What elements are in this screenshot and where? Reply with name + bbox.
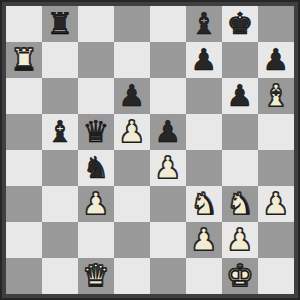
square-c8[interactable] [78,6,114,42]
square-b6[interactable] [42,78,78,114]
square-g6[interactable]: ♟ [222,78,258,114]
square-d1[interactable] [114,258,150,294]
square-c3[interactable]: ♟ [78,186,114,222]
square-a4[interactable] [6,150,42,186]
square-g5[interactable] [222,114,258,150]
square-d6[interactable]: ♟ [114,78,150,114]
square-d7[interactable] [114,42,150,78]
square-h7[interactable]: ♟ [258,42,294,78]
square-e1[interactable] [150,258,186,294]
square-d2[interactable] [114,222,150,258]
square-d5[interactable]: ♟ [114,114,150,150]
square-f7[interactable]: ♟ [186,42,222,78]
square-a1[interactable] [6,258,42,294]
square-h4[interactable] [258,150,294,186]
square-a5[interactable] [6,114,42,150]
square-h3[interactable]: ♟ [258,186,294,222]
square-g2[interactable]: ♟ [222,222,258,258]
square-b5[interactable]: ♝ [42,114,78,150]
square-c4[interactable]: ♞ [78,150,114,186]
piece-black-pawn[interactable]: ♟ [263,42,290,78]
square-e7[interactable] [150,42,186,78]
square-b1[interactable] [42,258,78,294]
square-f8[interactable]: ♝ [186,6,222,42]
square-h1[interactable] [258,258,294,294]
square-g1[interactable]: ♚ [222,258,258,294]
square-f5[interactable] [186,114,222,150]
square-g3[interactable]: ♞ [222,186,258,222]
piece-black-pawn[interactable]: ♟ [155,114,182,150]
square-f4[interactable] [186,150,222,186]
square-g7[interactable] [222,42,258,78]
piece-white-pawn[interactable]: ♟ [119,114,146,150]
square-a3[interactable] [6,186,42,222]
square-e5[interactable]: ♟ [150,114,186,150]
square-b4[interactable] [42,150,78,186]
square-c1[interactable]: ♛ [78,258,114,294]
square-f2[interactable]: ♟ [186,222,222,258]
chess-board: ♜♝♚♜♟♟♟♟♝♝♛♟♟♞♟♟♞♞♟♟♟♛♚ [6,6,294,294]
square-c6[interactable] [78,78,114,114]
piece-white-pawn[interactable]: ♟ [263,186,290,222]
piece-black-king[interactable]: ♚ [227,6,254,42]
piece-white-rook[interactable]: ♜ [11,42,38,78]
square-c7[interactable] [78,42,114,78]
square-h2[interactable] [258,222,294,258]
square-a7[interactable]: ♜ [6,42,42,78]
square-d3[interactable] [114,186,150,222]
square-h6[interactable]: ♝ [258,78,294,114]
square-c2[interactable] [78,222,114,258]
square-a6[interactable] [6,78,42,114]
piece-white-pawn[interactable]: ♟ [227,222,254,258]
piece-black-rook[interactable]: ♜ [47,6,74,42]
square-f3[interactable]: ♞ [186,186,222,222]
square-a2[interactable] [6,222,42,258]
square-h8[interactable] [258,6,294,42]
piece-white-queen[interactable]: ♛ [83,258,110,294]
square-f6[interactable] [186,78,222,114]
square-b7[interactable] [42,42,78,78]
square-h5[interactable] [258,114,294,150]
piece-black-bishop[interactable]: ♝ [191,6,218,42]
piece-white-pawn[interactable]: ♟ [155,150,182,186]
piece-black-queen[interactable]: ♛ [83,114,110,150]
piece-black-knight[interactable]: ♞ [83,150,110,186]
square-e3[interactable] [150,186,186,222]
piece-white-knight[interactable]: ♞ [191,186,218,222]
piece-black-pawn[interactable]: ♟ [191,42,218,78]
square-d4[interactable] [114,150,150,186]
square-g4[interactable] [222,150,258,186]
square-f1[interactable] [186,258,222,294]
square-b8[interactable]: ♜ [42,6,78,42]
square-e6[interactable] [150,78,186,114]
piece-black-pawn[interactable]: ♟ [227,78,254,114]
piece-white-knight[interactable]: ♞ [227,186,254,222]
square-b2[interactable] [42,222,78,258]
square-d8[interactable] [114,6,150,42]
piece-white-pawn[interactable]: ♟ [83,186,110,222]
piece-white-bishop[interactable]: ♝ [263,78,290,114]
piece-white-pawn[interactable]: ♟ [191,222,218,258]
square-g8[interactable]: ♚ [222,6,258,42]
square-c5[interactable]: ♛ [78,114,114,150]
piece-white-king[interactable]: ♚ [227,258,254,294]
square-e8[interactable] [150,6,186,42]
square-e2[interactable] [150,222,186,258]
square-e4[interactable]: ♟ [150,150,186,186]
square-b3[interactable] [42,186,78,222]
square-a8[interactable] [6,6,42,42]
piece-black-pawn[interactable]: ♟ [119,78,146,114]
board-frame: ♜♝♚♜♟♟♟♟♝♝♛♟♟♞♟♟♞♞♟♟♟♛♚ [0,0,300,300]
piece-black-bishop[interactable]: ♝ [47,114,74,150]
